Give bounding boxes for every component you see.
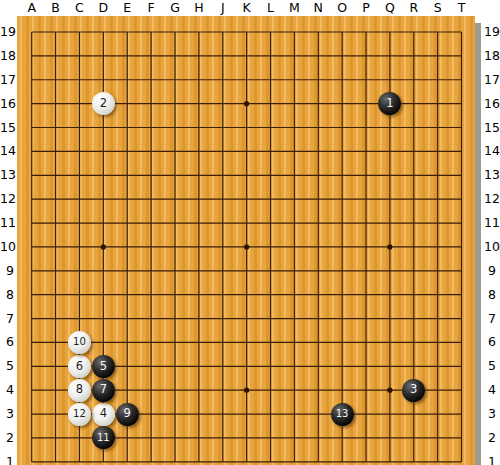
row-label-right-15: 15 (483, 120, 500, 136)
column-label-D: D (91, 0, 115, 16)
column-label-C: C (67, 0, 91, 16)
go-diagram-screen: ABCDEFGHJKLMNOPQRST191918181717161615151… (0, 0, 500, 465)
column-label-Q: Q (378, 0, 402, 16)
row-label-right-17: 17 (483, 72, 500, 88)
row-label-right-4: 4 (483, 382, 500, 398)
star-point-Q10 (387, 244, 392, 249)
star-point-Q4 (387, 388, 392, 393)
row-label-left-15: 15 (0, 120, 14, 136)
move-number: 12 (73, 409, 86, 419)
row-label-left-14: 14 (0, 143, 14, 159)
column-label-K: K (235, 0, 259, 16)
row-label-right-14: 14 (483, 143, 500, 159)
row-label-right-3: 3 (483, 406, 500, 422)
row-label-right-5: 5 (483, 358, 500, 374)
star-point-K4 (244, 388, 249, 393)
row-label-left-17: 17 (0, 72, 14, 88)
column-label-S: S (426, 0, 450, 16)
row-label-left-12: 12 (0, 191, 14, 207)
column-label-O: O (330, 0, 354, 16)
row-label-left-18: 18 (0, 48, 14, 64)
stone-black-E3[interactable]: 9 (116, 403, 139, 426)
row-label-right-11: 11 (483, 215, 500, 231)
stone-white-C3[interactable]: 12 (68, 403, 91, 426)
move-number: 11 (97, 433, 110, 443)
row-label-right-2: 2 (483, 430, 500, 446)
row-label-right-19: 19 (483, 24, 500, 40)
stone-black-R4[interactable]: 3 (402, 379, 425, 402)
stone-white-C6[interactable]: 10 (68, 331, 91, 354)
row-label-right-18: 18 (483, 48, 500, 64)
row-label-left-11: 11 (0, 215, 14, 231)
column-label-J: J (211, 0, 235, 16)
column-label-L: L (259, 0, 283, 16)
star-point-D10 (101, 244, 106, 249)
row-label-right-6: 6 (483, 334, 500, 350)
board-shadow (475, 23, 481, 465)
row-label-left-16: 16 (0, 96, 14, 112)
move-number: 3 (410, 384, 417, 396)
row-label-left-6: 6 (0, 334, 14, 350)
row-label-right-9: 9 (483, 263, 500, 279)
stone-white-D3[interactable]: 4 (92, 403, 115, 426)
column-label-H: H (187, 0, 211, 16)
star-point-K16 (244, 101, 249, 106)
column-label-N: N (306, 0, 330, 16)
stone-white-C4[interactable]: 8 (68, 379, 91, 402)
column-label-G: G (163, 0, 187, 16)
column-label-M: M (282, 0, 306, 16)
move-number: 13 (336, 409, 349, 419)
row-label-right-16: 16 (483, 96, 500, 112)
row-label-right-10: 10 (483, 239, 500, 255)
move-number: 5 (100, 361, 107, 373)
move-number: 9 (124, 408, 131, 420)
move-number: 10 (73, 337, 86, 347)
column-label-E: E (115, 0, 139, 16)
row-label-left-9: 9 (0, 263, 14, 279)
row-label-left-5: 5 (0, 358, 14, 374)
row-label-right-12: 12 (483, 191, 500, 207)
row-label-left-19: 19 (0, 24, 14, 40)
column-label-B: B (44, 0, 68, 16)
row-label-right-1: 1 (483, 454, 500, 465)
move-number: 6 (76, 361, 83, 373)
stone-black-O3[interactable]: 13 (331, 403, 354, 426)
stone-black-D4[interactable]: 7 (92, 379, 115, 402)
row-label-right-8: 8 (483, 287, 500, 303)
stone-white-C5[interactable]: 6 (68, 355, 91, 378)
column-label-T: T (450, 0, 474, 16)
column-label-P: P (354, 0, 378, 16)
row-label-left-4: 4 (0, 382, 14, 398)
row-label-left-2: 2 (0, 430, 14, 446)
row-label-left-8: 8 (0, 287, 14, 303)
move-number: 4 (100, 408, 107, 420)
row-label-right-7: 7 (483, 311, 500, 327)
column-label-R: R (402, 0, 426, 16)
row-label-left-10: 10 (0, 239, 14, 255)
column-label-A: A (20, 0, 44, 16)
row-label-left-1: 1 (0, 454, 14, 465)
row-label-left-7: 7 (0, 311, 14, 327)
stone-white-D16[interactable]: 2 (92, 92, 115, 115)
row-label-right-13: 13 (483, 167, 500, 183)
row-label-left-3: 3 (0, 406, 14, 422)
star-point-K10 (244, 244, 249, 249)
move-number: 1 (386, 98, 393, 110)
row-label-left-13: 13 (0, 167, 14, 183)
move-number: 7 (100, 384, 107, 396)
stone-black-D5[interactable]: 5 (92, 355, 115, 378)
column-label-F: F (139, 0, 163, 16)
move-number: 2 (100, 98, 107, 110)
move-number: 8 (76, 384, 83, 396)
